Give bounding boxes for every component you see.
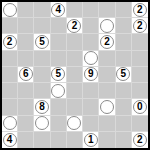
cell-r4c4[interactable] (51, 51, 67, 67)
puzzle-board: 4222252659580412 (0, 0, 150, 150)
cell-r5c8[interactable]: 5 (116, 67, 132, 83)
cell-r3c9[interactable] (132, 34, 148, 50)
cell-r7c5[interactable] (67, 99, 83, 115)
cell-r9c5[interactable] (67, 132, 83, 148)
cell-r6c3[interactable] (34, 83, 50, 99)
cell-r8c9[interactable] (132, 116, 148, 132)
clue-circle-2: 2 (133, 133, 147, 147)
empty-circle (35, 116, 49, 130)
cell-r1c1[interactable] (2, 2, 18, 18)
cell-r4c5[interactable] (67, 51, 83, 67)
empty-circle (67, 116, 81, 130)
cell-r3c3[interactable]: 5 (34, 34, 50, 50)
cell-r9c6[interactable]: 1 (83, 132, 99, 148)
cell-r9c8[interactable] (116, 132, 132, 148)
cell-r4c8[interactable] (116, 51, 132, 67)
cell-r2c5[interactable]: 2 (67, 18, 83, 34)
clue-circle-4: 4 (3, 133, 17, 147)
cell-r2c3[interactable] (34, 18, 50, 34)
empty-circle (100, 100, 114, 114)
cell-r6c9[interactable] (132, 83, 148, 99)
clue-circle-6: 6 (19, 67, 33, 81)
cell-r1c9[interactable]: 2 (132, 2, 148, 18)
clue-circle-2: 2 (100, 35, 114, 49)
cell-r4c2[interactable] (18, 51, 34, 67)
cell-r8c3[interactable] (34, 116, 50, 132)
cell-r3c7[interactable]: 2 (99, 34, 115, 50)
cell-r4c7[interactable] (99, 51, 115, 67)
cell-r8c7[interactable] (99, 116, 115, 132)
cell-r5c3[interactable] (34, 67, 50, 83)
cell-r5c7[interactable] (99, 67, 115, 83)
cell-r9c2[interactable] (18, 132, 34, 148)
cell-r5c9[interactable] (132, 67, 148, 83)
cell-r9c3[interactable] (34, 132, 50, 148)
cell-r2c1[interactable] (2, 18, 18, 34)
clue-circle-8: 8 (35, 100, 49, 114)
cell-r7c6[interactable] (83, 99, 99, 115)
cell-r7c4[interactable] (51, 99, 67, 115)
clue-circle-5: 5 (35, 35, 49, 49)
cell-r2c9[interactable]: 2 (132, 18, 148, 34)
cell-r9c9[interactable]: 2 (132, 132, 148, 148)
cell-r2c2[interactable] (18, 18, 34, 34)
empty-circle (100, 19, 114, 33)
cell-r1c8[interactable] (116, 2, 132, 18)
cell-r1c2[interactable] (18, 2, 34, 18)
cell-r4c6[interactable] (83, 51, 99, 67)
cell-r4c3[interactable] (34, 51, 50, 67)
empty-circle (3, 116, 17, 130)
cell-r3c4[interactable] (51, 34, 67, 50)
clue-circle-4: 4 (51, 3, 65, 17)
empty-circle (51, 84, 65, 98)
cell-r2c4[interactable] (51, 18, 67, 34)
cell-r6c5[interactable] (67, 83, 83, 99)
cell-r7c9[interactable]: 0 (132, 99, 148, 115)
cell-r5c4[interactable]: 5 (51, 67, 67, 83)
cell-r7c8[interactable] (116, 99, 132, 115)
cell-r3c1[interactable]: 2 (2, 34, 18, 50)
cell-r3c8[interactable] (116, 34, 132, 50)
cell-r7c7[interactable] (99, 99, 115, 115)
cell-r2c8[interactable] (116, 18, 132, 34)
clue-circle-1: 1 (84, 133, 98, 147)
cell-r5c2[interactable]: 6 (18, 67, 34, 83)
cell-r8c5[interactable] (67, 116, 83, 132)
clue-circle-2: 2 (3, 35, 17, 49)
cell-r9c7[interactable] (99, 132, 115, 148)
cell-r3c5[interactable] (67, 34, 83, 50)
cell-r1c7[interactable] (99, 2, 115, 18)
cell-r7c1[interactable] (2, 99, 18, 115)
cell-r5c5[interactable] (67, 67, 83, 83)
cell-r6c1[interactable] (2, 83, 18, 99)
cell-r1c3[interactable] (34, 2, 50, 18)
cell-r7c2[interactable] (18, 99, 34, 115)
cell-r6c4[interactable] (51, 83, 67, 99)
cell-r5c1[interactable] (2, 67, 18, 83)
cell-r1c5[interactable] (67, 2, 83, 18)
cell-r2c7[interactable] (99, 18, 115, 34)
cell-r8c8[interactable] (116, 116, 132, 132)
cell-r8c4[interactable] (51, 116, 67, 132)
cell-r6c7[interactable] (99, 83, 115, 99)
cell-r4c9[interactable] (132, 51, 148, 67)
cell-r9c4[interactable] (51, 132, 67, 148)
cell-r5c6[interactable]: 9 (83, 67, 99, 83)
empty-circle (3, 3, 17, 17)
clue-circle-2: 2 (133, 3, 147, 17)
cell-r4c1[interactable] (2, 51, 18, 67)
clue-circle-2: 2 (133, 19, 147, 33)
clue-circle-5: 5 (51, 67, 65, 81)
clue-circle-2: 2 (67, 19, 81, 33)
empty-circle (84, 51, 98, 65)
cell-r6c6[interactable] (83, 83, 99, 99)
cell-r3c6[interactable] (83, 34, 99, 50)
cell-r6c2[interactable] (18, 83, 34, 99)
cell-r8c6[interactable] (83, 116, 99, 132)
cell-r8c1[interactable] (2, 116, 18, 132)
clue-circle-5: 5 (116, 67, 130, 81)
cell-r1c4[interactable]: 4 (51, 2, 67, 18)
cell-r6c8[interactable] (116, 83, 132, 99)
cell-r8c2[interactable] (18, 116, 34, 132)
cell-r1c6[interactable] (83, 2, 99, 18)
cell-r9c1[interactable]: 4 (2, 132, 18, 148)
cell-r2c6[interactable] (83, 18, 99, 34)
clue-circle-9: 9 (84, 67, 98, 81)
clue-circle-0: 0 (133, 100, 147, 114)
cell-r3c2[interactable] (18, 34, 34, 50)
cell-r7c3[interactable]: 8 (34, 99, 50, 115)
